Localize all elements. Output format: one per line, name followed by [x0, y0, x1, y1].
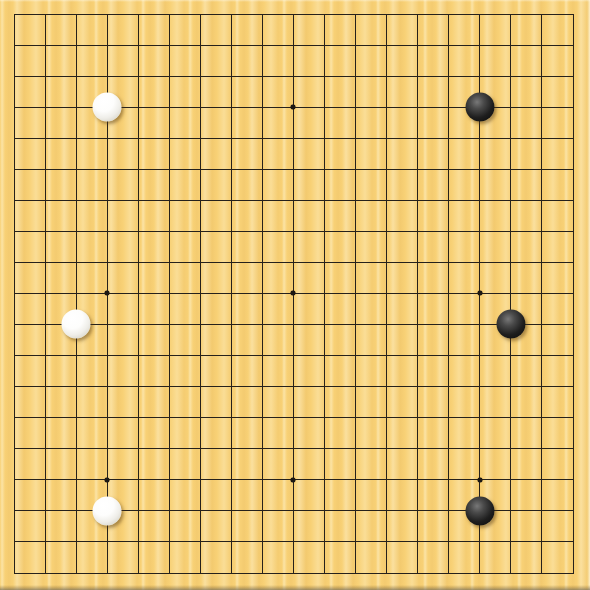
board-intersection[interactable]: [247, 247, 278, 278]
board-intersection[interactable]: [526, 247, 557, 278]
board-intersection[interactable]: [495, 92, 526, 123]
board-intersection[interactable]: [216, 526, 247, 557]
board-intersection[interactable]: [0, 154, 30, 185]
board-intersection[interactable]: [185, 433, 216, 464]
board-intersection[interactable]: [185, 309, 216, 340]
board-intersection[interactable]: [278, 526, 309, 557]
board-intersection[interactable]: [61, 0, 92, 30]
board-intersection[interactable]: [495, 340, 526, 371]
board-intersection[interactable]: [30, 92, 61, 123]
board-intersection[interactable]: [464, 247, 495, 278]
board-intersection[interactable]: [216, 433, 247, 464]
board-intersection[interactable]: [123, 185, 154, 216]
board-intersection[interactable]: [123, 526, 154, 557]
board-intersection[interactable]: [557, 371, 588, 402]
board-intersection[interactable]: [433, 495, 464, 526]
board-intersection[interactable]: [495, 216, 526, 247]
board-intersection[interactable]: [309, 247, 340, 278]
board-intersection[interactable]: [123, 402, 154, 433]
board-intersection[interactable]: [0, 433, 30, 464]
board-intersection[interactable]: [247, 526, 278, 557]
board-intersection[interactable]: [371, 402, 402, 433]
board-intersection[interactable]: [154, 123, 185, 154]
board-intersection[interactable]: [433, 185, 464, 216]
board-intersection[interactable]: [495, 61, 526, 92]
board-intersection[interactable]: [495, 433, 526, 464]
board-intersection[interactable]: [402, 30, 433, 61]
board-intersection[interactable]: [278, 557, 309, 588]
board-intersection[interactable]: [61, 371, 92, 402]
board-intersection[interactable]: [340, 309, 371, 340]
board-intersection[interactable]: [464, 216, 495, 247]
board-intersection[interactable]: [340, 526, 371, 557]
board-intersection[interactable]: [30, 0, 61, 30]
board-intersection[interactable]: [526, 526, 557, 557]
board-intersection[interactable]: [185, 30, 216, 61]
board-intersection[interactable]: [278, 247, 309, 278]
board-intersection[interactable]: [371, 247, 402, 278]
board-intersection[interactable]: [216, 557, 247, 588]
board-intersection[interactable]: [526, 30, 557, 61]
board-intersection[interactable]: [185, 340, 216, 371]
board-intersection[interactable]: [371, 464, 402, 495]
board-intersection[interactable]: [557, 402, 588, 433]
board-intersection[interactable]: [123, 495, 154, 526]
board-intersection[interactable]: [123, 0, 154, 30]
board-intersection[interactable]: [0, 123, 30, 154]
board-intersection[interactable]: [402, 61, 433, 92]
board-intersection[interactable]: [61, 309, 92, 340]
board-intersection[interactable]: [464, 123, 495, 154]
board-intersection[interactable]: [371, 309, 402, 340]
board-intersection[interactable]: [0, 30, 30, 61]
board-intersection[interactable]: [433, 154, 464, 185]
board-intersection[interactable]: [309, 340, 340, 371]
board-intersection[interactable]: [154, 371, 185, 402]
board-intersection[interactable]: [309, 309, 340, 340]
board-intersection[interactable]: [278, 61, 309, 92]
board-intersection[interactable]: [247, 30, 278, 61]
board-intersection[interactable]: [154, 61, 185, 92]
board-intersection[interactable]: [154, 154, 185, 185]
board-intersection[interactable]: [278, 123, 309, 154]
board-intersection[interactable]: [371, 123, 402, 154]
board-intersection[interactable]: [464, 495, 495, 526]
board-intersection[interactable]: [371, 185, 402, 216]
board-intersection[interactable]: [278, 371, 309, 402]
board-intersection[interactable]: [92, 557, 123, 588]
board-intersection[interactable]: [247, 309, 278, 340]
board-intersection[interactable]: [340, 340, 371, 371]
board-intersection[interactable]: [526, 154, 557, 185]
board-intersection[interactable]: [154, 340, 185, 371]
board-intersection[interactable]: [61, 185, 92, 216]
board-intersection[interactable]: [154, 495, 185, 526]
board-intersection[interactable]: [0, 464, 30, 495]
board-intersection[interactable]: [92, 278, 123, 309]
board-intersection[interactable]: [278, 433, 309, 464]
board-intersection[interactable]: [123, 309, 154, 340]
board-intersection[interactable]: [0, 371, 30, 402]
board-intersection[interactable]: [247, 123, 278, 154]
board-intersection[interactable]: [433, 340, 464, 371]
board-intersection[interactable]: [495, 30, 526, 61]
board-intersection[interactable]: [495, 0, 526, 30]
board-intersection[interactable]: [433, 309, 464, 340]
board-intersection[interactable]: [278, 154, 309, 185]
board-intersection[interactable]: [123, 92, 154, 123]
board-intersection[interactable]: [123, 557, 154, 588]
board-intersection[interactable]: [433, 0, 464, 30]
board-intersection[interactable]: [526, 402, 557, 433]
board-intersection[interactable]: [92, 123, 123, 154]
board-intersection[interactable]: [371, 433, 402, 464]
board-intersection[interactable]: [154, 557, 185, 588]
board-intersection[interactable]: [0, 557, 30, 588]
board-intersection[interactable]: [123, 154, 154, 185]
board-intersection[interactable]: [278, 0, 309, 30]
board-intersection[interactable]: [30, 247, 61, 278]
board-intersection[interactable]: [247, 557, 278, 588]
board-intersection[interactable]: [340, 92, 371, 123]
board-intersection[interactable]: [309, 371, 340, 402]
board-intersection[interactable]: [61, 526, 92, 557]
board-intersection[interactable]: [402, 557, 433, 588]
board-intersection[interactable]: [92, 154, 123, 185]
board-intersection[interactable]: [216, 216, 247, 247]
board-intersection[interactable]: [185, 92, 216, 123]
board-intersection[interactable]: [278, 30, 309, 61]
board-intersection[interactable]: [557, 526, 588, 557]
board-intersection[interactable]: [309, 526, 340, 557]
board-intersection[interactable]: [309, 123, 340, 154]
board-intersection[interactable]: [557, 30, 588, 61]
board-intersection[interactable]: [92, 185, 123, 216]
board-intersection[interactable]: [92, 433, 123, 464]
board-intersection[interactable]: [92, 0, 123, 30]
board-intersection[interactable]: [371, 30, 402, 61]
board-intersection[interactable]: [123, 61, 154, 92]
board-intersection[interactable]: [61, 247, 92, 278]
board-intersection[interactable]: [371, 278, 402, 309]
board-intersection[interactable]: [433, 371, 464, 402]
board-intersection[interactable]: [371, 154, 402, 185]
board-intersection[interactable]: [30, 526, 61, 557]
board-intersection[interactable]: [92, 464, 123, 495]
board-intersection[interactable]: [0, 0, 30, 30]
board-intersection[interactable]: [154, 278, 185, 309]
board-intersection[interactable]: [526, 495, 557, 526]
board-intersection[interactable]: [123, 433, 154, 464]
board-intersection[interactable]: [309, 557, 340, 588]
board-intersection[interactable]: [123, 247, 154, 278]
board-intersection[interactable]: [309, 154, 340, 185]
board-intersection[interactable]: [92, 247, 123, 278]
board-intersection[interactable]: [30, 154, 61, 185]
board-intersection[interactable]: [433, 30, 464, 61]
board-intersection[interactable]: [402, 278, 433, 309]
board-intersection[interactable]: [557, 61, 588, 92]
board-intersection[interactable]: [464, 185, 495, 216]
board-intersection[interactable]: [154, 464, 185, 495]
board-intersection[interactable]: [123, 216, 154, 247]
board-intersection[interactable]: [61, 61, 92, 92]
board-intersection[interactable]: [154, 0, 185, 30]
board-intersection[interactable]: [0, 495, 30, 526]
board-intersection[interactable]: [495, 123, 526, 154]
board-intersection[interactable]: [61, 30, 92, 61]
board-intersection[interactable]: [526, 0, 557, 30]
board-intersection[interactable]: [402, 154, 433, 185]
board-intersection[interactable]: [247, 340, 278, 371]
board-intersection[interactable]: [402, 123, 433, 154]
board-intersection[interactable]: [526, 61, 557, 92]
board-intersection[interactable]: [340, 247, 371, 278]
board-intersection[interactable]: [557, 247, 588, 278]
board-intersection[interactable]: [464, 557, 495, 588]
board-intersection[interactable]: [123, 30, 154, 61]
board-intersection[interactable]: [495, 247, 526, 278]
board-intersection[interactable]: [526, 309, 557, 340]
board-intersection[interactable]: [154, 309, 185, 340]
board-intersection[interactable]: [340, 433, 371, 464]
board-intersection[interactable]: [0, 526, 30, 557]
board-intersection[interactable]: [216, 371, 247, 402]
board-intersection[interactable]: [247, 464, 278, 495]
board-intersection[interactable]: [247, 92, 278, 123]
board-intersection[interactable]: [30, 495, 61, 526]
board-intersection[interactable]: [61, 557, 92, 588]
board-intersection[interactable]: [464, 526, 495, 557]
board-intersection[interactable]: [216, 495, 247, 526]
board-intersection[interactable]: [185, 464, 216, 495]
board-intersection[interactable]: [61, 433, 92, 464]
board-intersection[interactable]: [371, 340, 402, 371]
board-intersection[interactable]: [92, 30, 123, 61]
board-intersection[interactable]: [30, 402, 61, 433]
board-intersection[interactable]: [402, 309, 433, 340]
board-intersection[interactable]: [371, 557, 402, 588]
board-intersection[interactable]: [433, 464, 464, 495]
board-intersection[interactable]: [278, 185, 309, 216]
board-intersection[interactable]: [309, 61, 340, 92]
board-intersection[interactable]: [92, 526, 123, 557]
board-intersection[interactable]: [92, 61, 123, 92]
board-intersection[interactable]: [402, 495, 433, 526]
board-intersection[interactable]: [0, 185, 30, 216]
board-intersection[interactable]: [495, 557, 526, 588]
board-intersection[interactable]: [402, 340, 433, 371]
board-intersection[interactable]: [0, 309, 30, 340]
board-intersection[interactable]: [247, 154, 278, 185]
board-intersection[interactable]: [185, 185, 216, 216]
board-intersection[interactable]: [526, 464, 557, 495]
board-intersection[interactable]: [30, 123, 61, 154]
board-intersection[interactable]: [278, 309, 309, 340]
board-intersection[interactable]: [402, 402, 433, 433]
board-intersection[interactable]: [340, 30, 371, 61]
board-intersection[interactable]: [154, 247, 185, 278]
board-intersection[interactable]: [495, 185, 526, 216]
board-intersection[interactable]: [216, 309, 247, 340]
board-intersection[interactable]: [526, 123, 557, 154]
board-intersection[interactable]: [495, 154, 526, 185]
board-intersection[interactable]: [123, 464, 154, 495]
board-intersection[interactable]: [30, 185, 61, 216]
board-intersection[interactable]: [247, 278, 278, 309]
board-intersection[interactable]: [433, 92, 464, 123]
board-intersection[interactable]: [61, 216, 92, 247]
board-intersection[interactable]: [278, 464, 309, 495]
board-intersection[interactable]: [309, 0, 340, 30]
board-intersection[interactable]: [340, 0, 371, 30]
board-intersection[interactable]: [247, 433, 278, 464]
board-intersection[interactable]: [464, 309, 495, 340]
board-intersection[interactable]: [123, 371, 154, 402]
board-intersection[interactable]: [495, 309, 526, 340]
board-intersection[interactable]: [30, 278, 61, 309]
board-intersection[interactable]: [402, 185, 433, 216]
board-intersection[interactable]: [433, 61, 464, 92]
board-intersection[interactable]: [216, 92, 247, 123]
board-intersection[interactable]: [402, 92, 433, 123]
board-intersection[interactable]: [557, 154, 588, 185]
board-intersection[interactable]: [30, 216, 61, 247]
board-intersection[interactable]: [0, 92, 30, 123]
board-intersection[interactable]: [0, 278, 30, 309]
board-intersection[interactable]: [30, 433, 61, 464]
board-intersection[interactable]: [185, 371, 216, 402]
board-intersection[interactable]: [526, 216, 557, 247]
board-intersection[interactable]: [371, 0, 402, 30]
board-intersection[interactable]: [371, 216, 402, 247]
board-intersection[interactable]: [216, 61, 247, 92]
board-intersection[interactable]: [278, 340, 309, 371]
board-intersection[interactable]: [371, 92, 402, 123]
board-intersection[interactable]: [247, 0, 278, 30]
board-intersection[interactable]: [61, 92, 92, 123]
board-intersection[interactable]: [464, 61, 495, 92]
board-intersection[interactable]: [185, 123, 216, 154]
board-intersection[interactable]: [464, 402, 495, 433]
board-intersection[interactable]: [464, 92, 495, 123]
board-intersection[interactable]: [433, 526, 464, 557]
board-intersection[interactable]: [154, 216, 185, 247]
board-intersection[interactable]: [464, 464, 495, 495]
board-intersection[interactable]: [340, 402, 371, 433]
board-intersection[interactable]: [371, 61, 402, 92]
board-intersection[interactable]: [247, 402, 278, 433]
board-intersection[interactable]: [557, 433, 588, 464]
board-intersection[interactable]: [340, 61, 371, 92]
board-intersection[interactable]: [495, 495, 526, 526]
board-intersection[interactable]: [92, 402, 123, 433]
board-intersection[interactable]: [557, 495, 588, 526]
board-intersection[interactable]: [61, 123, 92, 154]
board-intersection[interactable]: [247, 495, 278, 526]
board-intersection[interactable]: [309, 278, 340, 309]
board-intersection[interactable]: [340, 123, 371, 154]
board-intersection[interactable]: [278, 278, 309, 309]
board-intersection[interactable]: [61, 340, 92, 371]
board-intersection[interactable]: [216, 185, 247, 216]
board-intersection[interactable]: [371, 495, 402, 526]
board-intersection[interactable]: [185, 154, 216, 185]
board-intersection[interactable]: [402, 433, 433, 464]
board-intersection[interactable]: [247, 61, 278, 92]
board-intersection[interactable]: [371, 371, 402, 402]
board-intersection[interactable]: [495, 278, 526, 309]
board-intersection[interactable]: [340, 557, 371, 588]
board-intersection[interactable]: [309, 185, 340, 216]
board-intersection[interactable]: [402, 526, 433, 557]
board-intersection[interactable]: [433, 216, 464, 247]
board-intersection[interactable]: [464, 371, 495, 402]
board-intersection[interactable]: [123, 278, 154, 309]
board-intersection[interactable]: [526, 340, 557, 371]
board-intersection[interactable]: [185, 495, 216, 526]
board-intersection[interactable]: [92, 309, 123, 340]
board-intersection[interactable]: [340, 154, 371, 185]
board-intersection[interactable]: [123, 340, 154, 371]
board-intersection[interactable]: [309, 92, 340, 123]
board-intersection[interactable]: [464, 433, 495, 464]
board-intersection[interactable]: [30, 30, 61, 61]
board-intersection[interactable]: [123, 123, 154, 154]
board-intersection[interactable]: [402, 0, 433, 30]
board-intersection[interactable]: [309, 30, 340, 61]
board-intersection[interactable]: [526, 557, 557, 588]
board-intersection[interactable]: [309, 216, 340, 247]
board-intersection[interactable]: [433, 557, 464, 588]
board-intersection[interactable]: [216, 340, 247, 371]
board-intersection[interactable]: [92, 495, 123, 526]
board-intersection[interactable]: [402, 371, 433, 402]
board-intersection[interactable]: [309, 464, 340, 495]
board-intersection[interactable]: [557, 216, 588, 247]
board-intersection[interactable]: [0, 402, 30, 433]
board-intersection[interactable]: [92, 216, 123, 247]
board-intersection[interactable]: [278, 495, 309, 526]
board-intersection[interactable]: [340, 371, 371, 402]
board-intersection[interactable]: [216, 30, 247, 61]
board-intersection[interactable]: [340, 185, 371, 216]
board-intersection[interactable]: [30, 61, 61, 92]
board-intersection[interactable]: [526, 278, 557, 309]
board-intersection[interactable]: [557, 185, 588, 216]
board-intersection[interactable]: [0, 216, 30, 247]
board-intersection[interactable]: [247, 216, 278, 247]
board-intersection[interactable]: [216, 278, 247, 309]
board-intersection[interactable]: [216, 247, 247, 278]
board-intersection[interactable]: [185, 278, 216, 309]
board-intersection[interactable]: [526, 433, 557, 464]
board-intersection[interactable]: [61, 402, 92, 433]
board-intersection[interactable]: [557, 123, 588, 154]
board-intersection[interactable]: [278, 92, 309, 123]
board-intersection[interactable]: [433, 402, 464, 433]
board-intersection[interactable]: [433, 433, 464, 464]
board-intersection[interactable]: [247, 371, 278, 402]
board-intersection[interactable]: [154, 402, 185, 433]
board-intersection[interactable]: [61, 278, 92, 309]
board-intersection[interactable]: [30, 464, 61, 495]
board-intersection[interactable]: [433, 278, 464, 309]
board-intersection[interactable]: [495, 526, 526, 557]
board-intersection[interactable]: [464, 30, 495, 61]
board-intersection[interactable]: [340, 495, 371, 526]
board-intersection[interactable]: [185, 402, 216, 433]
